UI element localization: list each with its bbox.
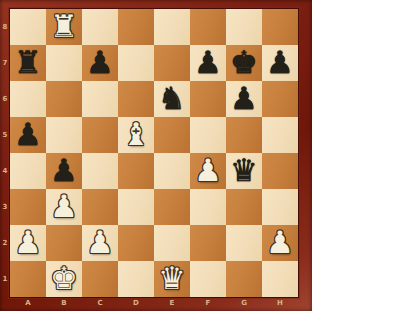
square-e4[interactable] xyxy=(154,153,190,189)
square-a5[interactable]: ♟ xyxy=(10,117,46,153)
square-h6[interactable] xyxy=(262,81,298,117)
square-f7[interactable]: ♟ xyxy=(190,45,226,81)
square-f5[interactable] xyxy=(190,117,226,153)
square-e6[interactable]: ♞ xyxy=(154,81,190,117)
white-rook-b8[interactable]: ♜ xyxy=(46,9,82,45)
square-c1[interactable] xyxy=(82,261,118,297)
square-e1[interactable]: ♛ xyxy=(154,261,190,297)
square-c2[interactable]: ♟ xyxy=(82,225,118,261)
black-pawn-f7[interactable]: ♟ xyxy=(190,45,226,81)
square-h5[interactable] xyxy=(262,117,298,153)
file-label-h: H xyxy=(262,297,298,311)
square-h3[interactable] xyxy=(262,189,298,225)
black-pawn-a5[interactable]: ♟ xyxy=(10,117,46,153)
square-d6[interactable] xyxy=(118,81,154,117)
square-g4[interactable]: ♛ xyxy=(226,153,262,189)
rank-label-7: 7 xyxy=(0,45,10,81)
square-g6[interactable]: ♟ xyxy=(226,81,262,117)
square-b1[interactable]: ♚ xyxy=(46,261,82,297)
rank-label-4: 4 xyxy=(0,153,10,189)
white-pawn-b3[interactable]: ♟ xyxy=(46,189,82,225)
file-label-b: B xyxy=(46,297,82,311)
square-f8[interactable] xyxy=(190,9,226,45)
white-pawn-f4[interactable]: ♟ xyxy=(190,153,226,189)
square-b6[interactable] xyxy=(46,81,82,117)
white-king-b1[interactable]: ♚ xyxy=(46,261,82,297)
square-d3[interactable] xyxy=(118,189,154,225)
square-a3[interactable] xyxy=(10,189,46,225)
square-a4[interactable] xyxy=(10,153,46,189)
square-e2[interactable] xyxy=(154,225,190,261)
rank-label-8: 8 xyxy=(0,9,10,45)
chess-board-frame: ♜♜♟♟♚♟♞♟♟♝♟♟♛♟♟♟♟♚♛ 87654321 ABCDEFGH xyxy=(0,0,312,311)
square-d1[interactable] xyxy=(118,261,154,297)
white-queen-e1[interactable]: ♛ xyxy=(154,261,190,297)
square-c3[interactable] xyxy=(82,189,118,225)
white-pawn-c2[interactable]: ♟ xyxy=(82,225,118,261)
square-d5[interactable]: ♝ xyxy=(118,117,154,153)
square-h4[interactable] xyxy=(262,153,298,189)
square-g2[interactable] xyxy=(226,225,262,261)
file-label-a: A xyxy=(10,297,46,311)
square-f3[interactable] xyxy=(190,189,226,225)
rank-label-3: 3 xyxy=(0,189,10,225)
square-a1[interactable] xyxy=(10,261,46,297)
chess-board: ♜♜♟♟♚♟♞♟♟♝♟♟♛♟♟♟♟♚♛ xyxy=(10,9,298,297)
square-a7[interactable]: ♜ xyxy=(10,45,46,81)
square-g7[interactable]: ♚ xyxy=(226,45,262,81)
square-f4[interactable]: ♟ xyxy=(190,153,226,189)
square-e5[interactable] xyxy=(154,117,190,153)
square-e7[interactable] xyxy=(154,45,190,81)
square-c6[interactable] xyxy=(82,81,118,117)
square-h8[interactable] xyxy=(262,9,298,45)
square-h7[interactable]: ♟ xyxy=(262,45,298,81)
white-pawn-a2[interactable]: ♟ xyxy=(10,225,46,261)
square-c8[interactable] xyxy=(82,9,118,45)
square-f2[interactable] xyxy=(190,225,226,261)
square-d4[interactable] xyxy=(118,153,154,189)
square-a8[interactable] xyxy=(10,9,46,45)
square-c5[interactable] xyxy=(82,117,118,153)
square-b3[interactable]: ♟ xyxy=(46,189,82,225)
square-b7[interactable] xyxy=(46,45,82,81)
black-pawn-b4[interactable]: ♟ xyxy=(46,153,82,189)
square-c7[interactable]: ♟ xyxy=(82,45,118,81)
file-label-d: D xyxy=(118,297,154,311)
square-g1[interactable] xyxy=(226,261,262,297)
file-label-e: E xyxy=(154,297,190,311)
black-pawn-h7[interactable]: ♟ xyxy=(262,45,298,81)
square-b8[interactable]: ♜ xyxy=(46,9,82,45)
square-b5[interactable] xyxy=(46,117,82,153)
rank-label-2: 2 xyxy=(0,225,10,261)
black-pawn-c7[interactable]: ♟ xyxy=(82,45,118,81)
black-rook-a7[interactable]: ♜ xyxy=(10,45,46,81)
file-label-g: G xyxy=(226,297,262,311)
square-d2[interactable] xyxy=(118,225,154,261)
square-b4[interactable]: ♟ xyxy=(46,153,82,189)
square-f6[interactable] xyxy=(190,81,226,117)
square-d8[interactable] xyxy=(118,9,154,45)
square-e8[interactable] xyxy=(154,9,190,45)
white-bishop-d5[interactable]: ♝ xyxy=(118,117,154,153)
black-pawn-g6[interactable]: ♟ xyxy=(226,81,262,117)
square-g3[interactable] xyxy=(226,189,262,225)
file-label-f: F xyxy=(190,297,226,311)
square-c4[interactable] xyxy=(82,153,118,189)
square-b2[interactable] xyxy=(46,225,82,261)
page: ♜♜♟♟♚♟♞♟♟♝♟♟♛♟♟♟♟♚♛ 87654321 ABCDEFGH xyxy=(0,0,414,311)
square-h2[interactable]: ♟ xyxy=(262,225,298,261)
square-a6[interactable] xyxy=(10,81,46,117)
square-d7[interactable] xyxy=(118,45,154,81)
black-king-g7[interactable]: ♚ xyxy=(226,45,262,81)
file-label-c: C xyxy=(82,297,118,311)
square-a2[interactable]: ♟ xyxy=(10,225,46,261)
rank-label-5: 5 xyxy=(0,117,10,153)
square-f1[interactable] xyxy=(190,261,226,297)
square-g8[interactable] xyxy=(226,9,262,45)
white-pawn-h2[interactable]: ♟ xyxy=(262,225,298,261)
rank-label-1: 1 xyxy=(0,261,10,297)
black-knight-e6[interactable]: ♞ xyxy=(154,81,190,117)
square-e3[interactable] xyxy=(154,189,190,225)
rank-label-6: 6 xyxy=(0,81,10,117)
square-g5[interactable] xyxy=(226,117,262,153)
square-h1[interactable] xyxy=(262,261,298,297)
black-queen-g4[interactable]: ♛ xyxy=(226,153,262,189)
